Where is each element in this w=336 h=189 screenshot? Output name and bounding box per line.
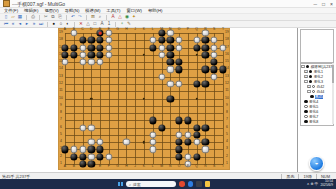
number-label-icon[interactable]: 1 [106,21,112,27]
tree-node-label: 变化5 [309,105,319,109]
row-label: 12 [59,82,63,85]
black-stone-B16[interactable] [70,51,77,58]
black-stone-O2[interactable] [176,153,183,160]
black-stone-M6[interactable] [158,124,165,131]
white-stone-L3[interactable] [149,146,156,153]
black-stone-N17[interactable] [167,44,174,51]
white-stone-D15[interactable] [88,59,95,66]
tree-node-label: 变化1 [313,70,323,74]
black-stone-B2[interactable] [70,153,77,160]
tree-node-label: 白44 [316,90,325,94]
white-stone-P2[interactable] [184,153,191,160]
col-label: R [204,28,206,31]
row-label: 8 [60,111,62,114]
white-stone-Q4[interactable] [193,139,200,146]
row-label: 16 [59,53,63,56]
black-stone-E2[interactable] [97,153,104,160]
white-stone-S16[interactable] [211,51,218,58]
x-mark-icon[interactable]: ✕ [78,21,84,27]
col-label: N [169,165,171,168]
white-stone-C17[interactable] [79,44,86,51]
board-grid [65,33,223,164]
tree-node-label: 变化3 [313,80,323,84]
row-label: 16 [225,53,229,56]
black-stone-E16[interactable] [97,51,104,58]
white-node-icon [312,90,316,94]
save-icon[interactable]: ▦ [17,14,23,20]
white-stone-P5[interactable] [184,131,191,138]
forward-10-icon[interactable]: » [31,21,37,27]
black-node-icon [304,100,308,104]
black-stone-E18[interactable] [97,37,104,44]
new-file-icon[interactable]: ▯ [3,14,9,20]
black-stone-P4[interactable] [184,139,191,146]
black-stone-N15[interactable] [167,59,174,66]
black-stone-B17[interactable] [70,44,77,51]
status-bar: 第45手 共237手 黑先19路NUM [0,172,336,179]
col-label: O [178,28,181,31]
col-label: E [99,28,101,31]
white-stone-mode-icon[interactable]: ○ [58,21,64,27]
floating-assistant-bubble[interactable]: ◒ [309,156,324,171]
status-left-text: 第45手 共237手 [2,174,30,179]
white-stone-F17[interactable] [105,44,112,51]
tree-node-label: 变化2 [313,75,323,79]
grid-line-v [223,33,224,164]
black-stone-R17[interactable] [202,44,209,51]
black-stone-R4[interactable] [202,139,209,146]
row-label: 12 [225,82,229,85]
col-label: S [213,28,215,31]
white-stone-M16[interactable] [158,51,165,58]
black-stone-Q2[interactable] [193,153,200,160]
taskbar-center: ⌕ 搜索 [118,181,210,188]
browser-red-icon[interactable] [179,181,185,187]
black-stone-mode-icon[interactable]: ● [51,21,57,27]
first-move-icon[interactable]: ⏮ [3,21,9,27]
tree-node-label: 变化6 [309,110,319,114]
tree-scrollbar[interactable] [332,63,334,124]
col-label: C [81,165,83,168]
row-label: 5 [226,133,228,136]
cut-icon[interactable]: ✂ [43,14,49,20]
black-stone-C2[interactable] [79,153,86,160]
row-label: 13 [225,75,229,78]
last-move-icon[interactable]: ⏭ [38,21,44,27]
col-label: A [64,28,66,31]
col-label: E [99,165,101,168]
row-label: 3 [226,148,228,151]
black-stone-L7[interactable] [149,117,156,124]
black-stone-R12[interactable] [202,80,209,87]
toolbar-separator [115,22,116,27]
white-stone-D6[interactable] [88,124,95,131]
white-stone-H4[interactable] [123,139,130,146]
white-stone-R3[interactable] [202,146,209,153]
status-segment: 19路 [298,174,315,179]
star-mark-icon[interactable]: ✦ [131,14,137,20]
row-label: 9 [226,104,228,107]
col-label: P [187,165,189,168]
row-label: 2 [60,155,62,158]
white-stone-S17[interactable] [211,44,218,51]
row-label: 10 [59,97,63,100]
white-node-icon [304,115,308,119]
menu-item[interactable]: 棋谱(M) [85,8,100,13]
row-label: 18 [225,39,229,42]
search-placeholder: 搜索 [133,182,141,187]
status-segment: 黑先 [281,174,298,179]
col-label: B [73,165,75,168]
white-stone-O17[interactable] [176,44,183,51]
black-stone-O14[interactable] [176,66,183,73]
search-icon: ⌕ [129,182,131,187]
col-label: F [108,165,110,168]
open-file-icon[interactable]: ▱ [10,14,16,20]
taskbar: ⌕ 搜索 ∧ ⊕ 中 10:54 2025/6/9 [0,179,336,189]
grid-line-h [65,120,223,121]
black-stone-R16[interactable] [202,51,209,58]
white-stone-M13[interactable] [158,73,165,80]
tree-expander[interactable]: - [301,65,305,69]
tree-expander[interactable]: + [307,85,311,89]
app-icon [3,0,10,7]
white-stone-F16[interactable] [105,51,112,58]
col-label: P [187,28,189,31]
row-label: 11 [225,90,229,93]
black-stone-N16[interactable] [167,51,174,58]
toolbar-main: ▯▱▦⎙✂⧉⎘↶↷⊞⌕A△◉✦ [0,14,336,21]
comment-box[interactable] [300,29,334,63]
tree-expander[interactable]: - [304,80,308,84]
row-label: 15 [225,60,229,63]
row-label: 19 [59,31,63,34]
copy-icon[interactable]: ⧉ [50,14,56,20]
white-stone-S18[interactable] [211,37,218,44]
row-label: 4 [60,140,62,143]
board-setup-icon[interactable]: ⊞ [90,14,96,20]
white-stone-F2[interactable] [105,153,112,160]
start-button[interactable] [118,182,123,187]
black-stone-N18[interactable] [167,37,174,44]
col-label: K [143,28,145,31]
tray-glyphs[interactable]: ∧ ⊕ 中 [307,182,318,186]
row-label: 8 [226,111,228,114]
menu-item[interactable]: 文件(F) [4,8,18,13]
white-stone-N14[interactable] [167,66,174,73]
black-stone-E17[interactable] [97,44,104,51]
undo-icon[interactable]: ↶ [70,14,76,20]
toolbar-separator [86,15,87,20]
black-stone-D18[interactable] [88,37,95,44]
white-stone-S13[interactable] [211,73,218,80]
forward-icon[interactable]: ▸ [24,21,30,27]
triangle-mark-icon[interactable]: △ [117,14,123,20]
toolbar-separator [74,22,75,27]
col-label: J [134,165,136,168]
black-node-icon [309,75,313,79]
col-label: M [160,28,163,31]
editor-icon[interactable] [196,181,202,187]
taskbar-search[interactable]: ⌕ 搜索 [126,181,176,188]
row-label: 18 [59,39,63,42]
black-stone-D3[interactable] [88,146,95,153]
menu-item[interactable]: 窗口(W) [126,8,142,13]
tree-expander[interactable]: - [307,90,311,94]
grid-line-h [65,106,223,107]
col-label: G [116,165,119,168]
black-stone-Q6[interactable] [193,124,200,131]
black-stone-R14[interactable] [202,66,209,73]
col-label: D [90,165,92,168]
paste-icon[interactable]: ⎘ [57,14,63,20]
col-label: J [134,28,136,31]
row-label: 17 [59,46,63,49]
row-label: 6 [226,126,228,129]
row-label: 4 [226,140,228,143]
col-label: C [81,28,83,31]
row-label: 7 [226,119,228,122]
black-stone-C18[interactable] [79,37,86,44]
white-stone-L18[interactable] [149,37,156,44]
col-label: K [143,165,145,168]
back-10-icon[interactable]: « [10,21,16,27]
col-label: O [178,165,181,168]
black-stone-Q12[interactable] [193,80,200,87]
toolbar-separator [66,15,67,20]
black-stone-S15[interactable] [211,59,218,66]
letter-label-icon[interactable]: A [99,21,105,27]
col-label: F [108,28,110,31]
back-icon[interactable]: ◂ [17,21,23,27]
col-label: M [160,165,163,168]
white-stone-C16[interactable] [79,51,86,58]
white-node-icon [312,85,316,89]
row-label: 14 [59,68,63,71]
col-label: Q [195,28,198,31]
white-stone-E15[interactable] [97,59,104,66]
status-segment: NUM [316,174,334,179]
black-stone-L17[interactable] [149,44,156,51]
white-stone-M17[interactable] [158,44,165,51]
window-controls: ─□× [314,0,334,8]
black-node-icon [306,65,310,69]
toolbar-separator [47,22,48,27]
row-label: 7 [60,119,62,122]
target-icon[interactable]: ⌖ [119,21,125,27]
menu-item[interactable]: 导航(N) [65,8,80,13]
white-stone-L4[interactable] [149,139,156,146]
black-node-icon [310,95,314,99]
label-a-icon[interactable]: A [110,14,116,20]
col-label: L [152,28,154,31]
black-stone-R18[interactable] [202,37,209,44]
zoom-icon[interactable]: ⌕ [97,14,103,20]
tree-node-label: 变化8 [309,120,319,124]
circle-mark-icon[interactable]: ◉ [124,14,130,20]
side-panel: -棋谱树(共237手)+变化1+变化2-变化3+白42-白44黑45变化4变化5… [297,28,336,172]
col-label: T [222,28,224,31]
black-node-icon [304,110,308,114]
row-label: 17 [225,46,229,49]
black-stone-D16[interactable] [88,51,95,58]
white-node-icon [304,105,308,109]
last-move-marker [99,32,102,35]
tree-node-label: 黑45 [315,95,324,99]
black-node-icon [309,80,313,84]
col-label: H [125,165,127,168]
black-stone-S14[interactable] [211,66,218,73]
col-label: G [116,28,119,31]
col-label: H [125,28,127,31]
grid-line-h [65,113,223,114]
menu-item[interactable]: 帮助(H) [148,8,163,13]
maximize-button[interactable]: □ [322,0,325,8]
black-stone-O15[interactable] [176,59,183,66]
system-tray[interactable]: ∧ ⊕ 中 10:54 2025/6/9 [307,180,336,187]
black-stone-N10[interactable] [167,95,174,102]
white-stone-D2[interactable] [88,153,95,160]
col-label: R [204,165,206,168]
tree-node-label: 棋谱树(共237手) [310,65,334,69]
col-label: D [90,28,92,31]
white-stone-D4[interactable] [88,139,95,146]
black-node-icon [304,120,308,124]
tree-node-label: 变化7 [309,115,319,119]
row-label: 1 [60,162,62,165]
white-stone-B3[interactable] [70,146,77,153]
toolbar-separator [106,15,107,20]
go-board[interactable]: AABBCCDDEEFFGGHHJJKKLLMMNNOOPPQQRRSSTT19… [58,28,230,170]
white-stone-C3[interactable] [79,146,86,153]
browser-blue-icon[interactable] [188,181,194,187]
white-stone-E4[interactable] [97,139,104,146]
black-stone-D17[interactable] [88,44,95,51]
edit-icon[interactable]: ✎ [126,21,132,27]
white-stone-L5[interactable] [149,131,156,138]
black-stone-A3[interactable] [61,146,68,153]
col-label: Q [195,165,198,168]
client-area: AABBCCDDEEFFGGHHJJKKLLMMNNOOPPQQRRSSTT19… [0,28,336,172]
taskbar-clock[interactable]: 10:54 2025/6/9 [321,180,333,187]
white-stone-O5[interactable] [176,131,183,138]
black-node-icon [309,70,313,74]
col-label: N [169,28,171,31]
black-stone-O4[interactable] [176,139,183,146]
black-stone-P7[interactable] [184,117,191,124]
menu-item[interactable]: 编辑(E) [24,8,38,13]
black-stone-E3[interactable] [97,146,104,153]
row-label: 14 [225,68,229,71]
tree-node[interactable]: 变化8 [301,119,333,124]
row-label: 3 [60,148,62,151]
white-stone-N12[interactable] [167,80,174,87]
black-stone-O3[interactable] [176,146,183,153]
close-button[interactable]: × [330,0,333,8]
game-tree: -棋谱树(共237手)+变化1+变化2-变化3+白42-白44黑45变化4变化5… [300,63,334,126]
square-label-icon[interactable]: □ [92,21,98,27]
row-label: 6 [60,126,62,129]
toolbar-separator [26,15,27,20]
row-label: 13 [59,75,63,78]
toolbar-separator [39,15,40,20]
white-stone-F18[interactable] [105,37,112,44]
col-label: L [152,165,154,168]
minimize-button[interactable]: ─ [314,0,318,8]
triangle-label-icon[interactable]: △ [85,21,91,27]
row-label: 19 [225,31,229,34]
explorer-icon[interactable] [205,181,211,187]
white-stone-C15[interactable] [79,59,86,66]
row-label: 5 [60,133,62,136]
white-stone-O12[interactable] [176,80,183,87]
row-label: 9 [60,104,62,107]
white-stone-O18[interactable] [176,37,183,44]
menu-item[interactable]: 工具(T) [106,8,120,13]
row-label: 11 [59,90,63,93]
row-label: 15 [59,60,63,63]
black-stone-Q17[interactable] [193,44,200,51]
row-label: 10 [225,97,229,100]
row-label: 1 [226,162,228,165]
col-label: S [213,165,215,168]
black-stone-Q5[interactable] [193,131,200,138]
tree-expander[interactable]: + [304,75,308,79]
col-label: A [64,165,66,168]
window-title: 一手棋007.sgf - MultiGo [12,1,65,7]
tree-node-label: 白42 [316,85,325,89]
tree-node-label: 变化4 [309,100,319,104]
redo-icon[interactable]: ↷ [77,14,83,20]
menu-item[interactable]: 视图(V) [44,8,58,13]
col-label: T [222,165,224,168]
row-label: 2 [226,155,228,158]
black-stone-O7[interactable] [176,117,183,124]
black-stone-M18[interactable] [158,37,165,44]
white-stone-C6[interactable] [79,124,86,131]
col-label: B [73,28,75,31]
white-stone-Q18[interactable] [193,37,200,44]
alternate-mode-icon[interactable]: ◐ [65,21,71,27]
title-bar: 一手棋007.sgf - MultiGo ─□× [0,0,336,8]
tree-expander[interactable]: + [304,70,308,74]
toolbar-navigation: ⏮«◂▸»⏭●○◐✕△□A1⌖✎ [0,21,336,28]
print-icon[interactable]: ⎙ [30,14,36,20]
black-stone-R6[interactable] [202,124,209,131]
